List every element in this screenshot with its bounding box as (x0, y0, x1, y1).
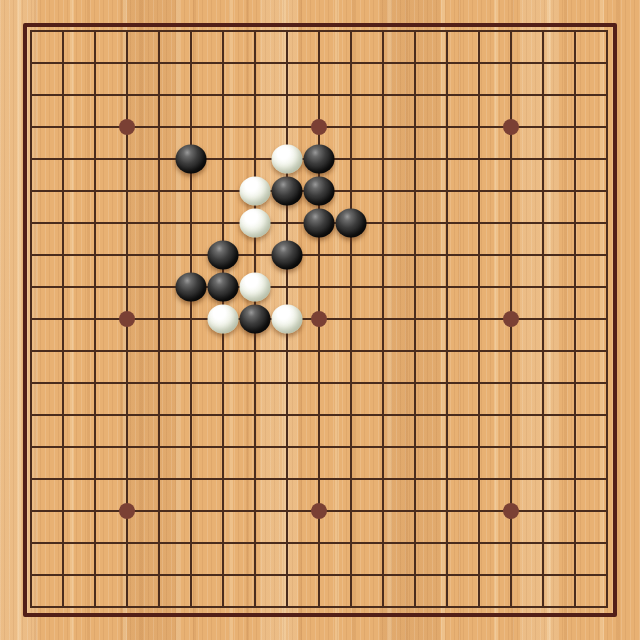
white-stone-h14[interactable] (240, 177, 271, 206)
star-point (503, 503, 519, 519)
grid-line-vertical (414, 30, 416, 608)
go-board-screenshot (0, 0, 640, 640)
white-stone-j15[interactable] (272, 145, 303, 174)
star-point (503, 311, 519, 327)
black-stone-f15[interactable] (176, 145, 207, 174)
grid-line-vertical (574, 30, 576, 608)
black-stone-k14[interactable] (304, 177, 335, 206)
star-point (119, 119, 135, 135)
white-stone-h11[interactable] (240, 273, 271, 302)
grid-line-horizontal (30, 446, 608, 448)
grid-line-vertical (478, 30, 480, 608)
black-stone-g12[interactable] (208, 241, 239, 270)
grid-line-horizontal (30, 574, 608, 576)
grid-line-vertical (382, 30, 384, 608)
star-point (311, 503, 327, 519)
grid-line-horizontal (30, 606, 608, 608)
black-stone-j12[interactable] (272, 241, 303, 270)
star-point (503, 119, 519, 135)
black-stone-f11[interactable] (176, 273, 207, 302)
grid-line-horizontal (30, 414, 608, 416)
black-stone-k15[interactable] (304, 145, 335, 174)
star-point (119, 503, 135, 519)
white-stone-j10[interactable] (272, 305, 303, 334)
grid-line-horizontal (30, 478, 608, 480)
black-stone-k13[interactable] (304, 209, 335, 238)
star-point (119, 311, 135, 327)
black-stone-l13[interactable] (336, 209, 367, 238)
grid-line-vertical (350, 30, 352, 608)
black-stone-h10[interactable] (240, 305, 271, 334)
grid-line-vertical (446, 30, 448, 608)
grid-line-horizontal (30, 350, 608, 352)
grid-line-vertical (542, 30, 544, 608)
star-point (311, 311, 327, 327)
grid-line-horizontal (30, 542, 608, 544)
white-stone-g10[interactable] (208, 305, 239, 334)
black-stone-j14[interactable] (272, 177, 303, 206)
black-stone-g11[interactable] (208, 273, 239, 302)
star-point (311, 119, 327, 135)
grid-line-horizontal (30, 382, 608, 384)
white-stone-h13[interactable] (240, 209, 271, 238)
grid-line-vertical (606, 30, 608, 608)
